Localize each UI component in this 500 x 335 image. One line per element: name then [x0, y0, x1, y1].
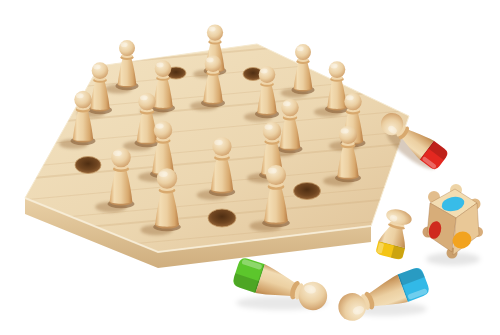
scene-svg	[0, 0, 500, 335]
board-hole-empty[interactable]	[294, 183, 321, 200]
blue-peg[interactable]	[334, 266, 431, 326]
product-photo	[0, 0, 500, 335]
board-hole-empty[interactable]	[208, 209, 236, 227]
color-die[interactable]	[423, 184, 484, 259]
yellow-peg[interactable]	[375, 207, 414, 261]
board-hole-empty[interactable]	[75, 157, 101, 174]
